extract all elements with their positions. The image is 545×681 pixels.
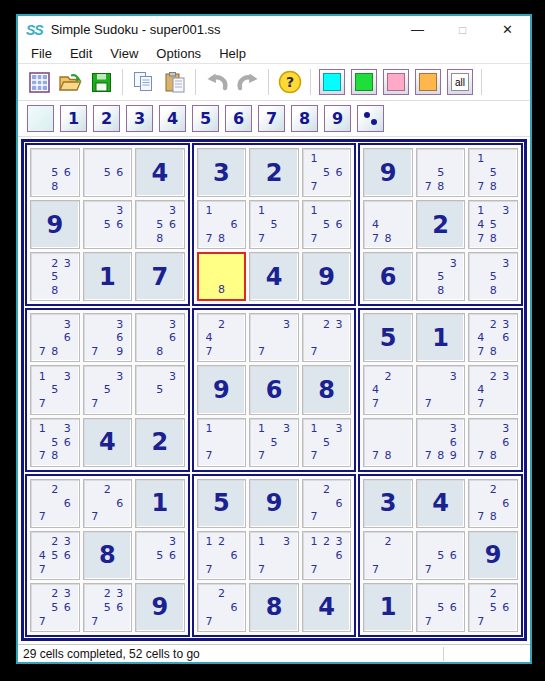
minimize-button[interactable]: —: [395, 16, 440, 43]
cell-r3c5[interactable]: 4: [249, 252, 299, 301]
window-title: Simple Sudoku - super001.ss: [51, 22, 395, 37]
pencil-mark-6: 6: [61, 435, 74, 449]
filter-green-button[interactable]: [351, 69, 377, 95]
digit-button-6[interactable]: 6: [225, 105, 252, 132]
cell-r4c3[interactable]: 368: [135, 313, 185, 362]
title-bar: SS Simple Sudoku - super001.ss — □ ✕: [18, 16, 530, 43]
pencil-slot: [280, 232, 293, 246]
pencil-mark-7: 7: [203, 345, 216, 359]
pencil-slot: [487, 496, 500, 510]
cell-r7c8[interactable]: 4: [416, 479, 466, 528]
pencil-marks: 237: [303, 314, 351, 361]
pencil-marks: 3678: [31, 314, 79, 361]
cell-r2c3[interactable]: 3568: [135, 200, 185, 249]
pencil-slot: [320, 204, 333, 218]
cell-r6c2[interactable]: 4: [83, 418, 133, 467]
cell-r2c8[interactable]: 2: [416, 200, 466, 249]
pencil-slot: [49, 317, 62, 331]
pencil-slot: [89, 369, 102, 383]
cell-r5c6[interactable]: 8: [302, 365, 352, 414]
pencil-slot: [154, 535, 167, 549]
pencil-mark-3: 3: [499, 256, 512, 270]
pencil-mark-3: 3: [333, 422, 346, 436]
pencil-slot: [499, 510, 512, 524]
pencil-slot: [333, 510, 346, 524]
cell-r1c8[interactable]: 578: [416, 148, 466, 197]
pencil-mark-3: 3: [499, 317, 512, 331]
pencil-slot: [89, 383, 102, 397]
pencil-slot: [203, 435, 216, 449]
cell-r1c1[interactable]: 568: [30, 148, 80, 197]
pencil-mark-6: 6: [499, 331, 512, 345]
pencil-mark-8: 8: [49, 449, 62, 463]
pencil-mark-5: 5: [101, 601, 114, 615]
pencil-slot: [61, 179, 74, 193]
cell-r6c8[interactable]: 36789: [416, 418, 466, 467]
cell-r7c5[interactable]: 9: [249, 479, 299, 528]
pencil-slot: [166, 232, 179, 246]
cell-r8c2[interactable]: 8: [83, 531, 133, 580]
pencil-slot: [89, 232, 102, 246]
paste-button[interactable]: [159, 68, 190, 97]
pencil-mark-3: 3: [61, 256, 74, 270]
cell-r2c2[interactable]: 356: [83, 200, 133, 249]
cell-r8c7[interactable]: 27: [363, 531, 413, 580]
hint-button[interactable]: ?: [274, 68, 305, 97]
pencil-slot: [474, 166, 487, 180]
pencil-slot: [369, 535, 382, 549]
pencil-mark-6: 6: [114, 331, 127, 345]
pencil-mark-3: 3: [166, 535, 179, 549]
pencil-mark-3: 3: [166, 369, 179, 383]
pencil-slot: [203, 317, 216, 331]
pencil-mark-5: 5: [49, 383, 62, 397]
pencil-slot: [280, 218, 293, 232]
cell-r9c7[interactable]: 1: [363, 583, 413, 632]
pencil-slot: [228, 345, 241, 359]
cell-value: 4: [152, 159, 169, 187]
maximize-button[interactable]: □: [440, 16, 485, 43]
pencil-slot: [61, 510, 74, 524]
pencil-slot: [268, 331, 281, 345]
pencil-marks-button[interactable]: [357, 105, 384, 132]
cell-r3c7[interactable]: 6: [363, 252, 413, 301]
cell-r7c2[interactable]: 267: [83, 479, 133, 528]
pencil-slot: [394, 397, 407, 411]
cell-r9c2[interactable]: 23567: [83, 583, 133, 632]
pencil-mark-2: 2: [49, 256, 62, 270]
pencil-slot: [216, 270, 228, 283]
cell-r1c9[interactable]: 1578: [468, 148, 518, 197]
pencil-slot: [308, 166, 321, 180]
pencil-slot: [141, 397, 154, 411]
pencil-mark-3: 3: [280, 422, 293, 436]
cell-r9c8[interactable]: 567: [416, 583, 466, 632]
pencil-slot: [382, 204, 395, 218]
pencil-marks: 2567: [469, 584, 517, 631]
pencil-marks: 1567: [303, 201, 351, 248]
pencil-slot: [36, 496, 49, 510]
cell-r3c4[interactable]: 8: [197, 252, 247, 301]
pencil-slot: [447, 270, 460, 284]
cell-r5c5[interactable]: 6: [249, 365, 299, 414]
cell-r5c4[interactable]: 9: [197, 365, 247, 414]
digit-button-5[interactable]: 5: [192, 105, 219, 132]
pencil-slot: [215, 435, 228, 449]
pencil-slot: [61, 270, 74, 284]
cell-value: 4: [432, 489, 449, 517]
pencil-mark-6: 6: [447, 435, 460, 449]
pencil-mark-2: 2: [487, 587, 500, 601]
pencil-mark-3: 3: [61, 317, 74, 331]
pencil-slot: [434, 562, 447, 576]
pencil-mark-6: 6: [61, 601, 74, 615]
pencil-mark-6: 6: [61, 496, 74, 510]
menu-view[interactable]: View: [101, 46, 147, 61]
cell-r2c5[interactable]: 157: [249, 200, 299, 249]
pencil-slot: [89, 331, 102, 345]
pencil-mark-3: 3: [166, 317, 179, 331]
digit-button-3[interactable]: 3: [126, 105, 153, 132]
pencil-slot: [49, 152, 62, 166]
pencil-slot: [61, 483, 74, 497]
pencil-mark-5: 5: [434, 548, 447, 562]
pencil-mark-6: 6: [333, 166, 346, 180]
cell-r1c6[interactable]: 1567: [302, 148, 352, 197]
pencil-marks: 247: [364, 366, 412, 413]
undo-button[interactable]: [201, 68, 232, 97]
pencil-mark-7: 7: [308, 562, 321, 576]
cell-r8c1[interactable]: 234567: [30, 531, 80, 580]
pencil-slot: [203, 218, 216, 232]
pencil-slot: [474, 601, 487, 615]
pencil-slot: [89, 204, 102, 218]
pencil-mark-3: 3: [333, 535, 346, 549]
pencil-mark-4: 4: [369, 383, 382, 397]
pencil-mark-2: 2: [49, 587, 62, 601]
toolbar-separator: [481, 69, 482, 95]
pencil-slot: [255, 218, 268, 232]
pencil-slot: [382, 435, 395, 449]
pencil-slot: [382, 422, 395, 436]
pencil-mark-6: 6: [166, 331, 179, 345]
pencil-mark-8: 8: [382, 232, 395, 246]
cell-r6c1[interactable]: 135678: [30, 418, 80, 467]
pencil-slot: [141, 204, 154, 218]
menu-edit[interactable]: Edit: [61, 46, 101, 61]
pencil-marks: 23567: [84, 584, 132, 631]
filter-all-button[interactable]: all: [447, 69, 473, 95]
pencil-slot: [36, 435, 49, 449]
pencil-mark-3: 3: [280, 535, 293, 549]
cell-r6c6[interactable]: 1357: [302, 418, 352, 467]
pencil-marks: 234567: [31, 532, 79, 579]
cell-r2c4[interactable]: 1678: [197, 200, 247, 249]
cell-r4c4[interactable]: 247: [197, 313, 247, 362]
pencil-mark-6: 6: [114, 166, 127, 180]
redo-button[interactable]: [232, 68, 263, 97]
cell-r6c7[interactable]: 78: [363, 418, 413, 467]
cell-value: 8: [318, 376, 335, 404]
pencil-marks: 247: [198, 314, 246, 361]
filter-pink-button[interactable]: [383, 69, 409, 95]
pencil-slot: [268, 548, 281, 562]
pencil-slot: [154, 397, 167, 411]
pencil-slot: [101, 152, 114, 166]
pencil-mark-1: 1: [255, 422, 268, 436]
digit-button-9[interactable]: 9: [324, 105, 351, 132]
filter-cyan-button[interactable]: [319, 69, 345, 95]
cell-r6c5[interactable]: 1357: [249, 418, 299, 467]
cell-r8c6[interactable]: 12367: [302, 531, 352, 580]
pencil-marks: 36789: [417, 419, 465, 466]
pencil-slot: [308, 435, 321, 449]
pencil-mark-8: 8: [434, 179, 447, 193]
cell-r7c3[interactable]: 1: [135, 479, 185, 528]
pencil-slot: [215, 548, 228, 562]
open-button[interactable]: [55, 68, 86, 97]
cell-r5c8[interactable]: 37: [416, 365, 466, 414]
cell-r8c5[interactable]: 137: [249, 531, 299, 580]
pencil-slot: [499, 614, 512, 628]
digit-button-4[interactable]: 4: [159, 105, 186, 132]
pencil-slot: [227, 283, 239, 296]
menu-bar: File Edit View Options Help: [18, 43, 530, 64]
pencil-slot: [487, 256, 500, 270]
cell-r2c6[interactable]: 1567: [302, 200, 352, 249]
cell-r9c3[interactable]: 9: [135, 583, 185, 632]
pencil-slot: [474, 270, 487, 284]
cell-r4c1[interactable]: 3678: [30, 313, 80, 362]
pencil-mark-2: 2: [382, 535, 395, 549]
pencil-slot: [268, 562, 281, 576]
digit-button-2[interactable]: 2: [93, 105, 120, 132]
app-window: SS Simple Sudoku - super001.ss — □ ✕ Fil…: [16, 14, 532, 664]
cell-r2c7[interactable]: 478: [363, 200, 413, 249]
cell-r9c4[interactable]: 267: [197, 583, 247, 632]
pencil-mark-1: 1: [36, 369, 49, 383]
cell-value: 8: [99, 541, 116, 569]
pencil-slot: [89, 179, 102, 193]
pencil-slot: [114, 510, 127, 524]
cell-r7c9[interactable]: 2678: [468, 479, 518, 528]
pencil-mark-4: 4: [474, 218, 487, 232]
pencil-slot: [308, 496, 321, 510]
pencil-marks: 137: [250, 532, 298, 579]
toolbar-separator: [268, 69, 269, 95]
pencil-slot: [228, 614, 241, 628]
pencil-slot: [422, 383, 435, 397]
cell-r5c7[interactable]: 247: [363, 365, 413, 414]
pencil-slot: [215, 422, 228, 436]
cell-r4c6[interactable]: 237: [302, 313, 352, 362]
pencil-mark-3: 3: [114, 369, 127, 383]
pencil-mark-6: 6: [499, 496, 512, 510]
cell-r5c3[interactable]: 35: [135, 365, 185, 414]
pencil-mark-6: 6: [499, 435, 512, 449]
cell-r1c4[interactable]: 3: [197, 148, 247, 197]
cell-r2c1[interactable]: 9: [30, 200, 80, 249]
copy-button[interactable]: [128, 68, 159, 97]
pencil-marks: 358: [417, 253, 465, 300]
pencil-mark-4: 4: [474, 331, 487, 345]
pencil-slot: [36, 331, 49, 345]
pencil-slot: [228, 449, 241, 463]
digit-button-7[interactable]: 7: [258, 105, 285, 132]
cell-r7c6[interactable]: 267: [302, 479, 352, 528]
cell-value: 7: [152, 263, 169, 291]
pencil-mark-7: 7: [474, 510, 487, 524]
pencil-slot: [320, 152, 333, 166]
box-1-1: 56856493563568235817: [25, 143, 190, 306]
pencil-mark-8: 8: [434, 449, 447, 463]
cell-r3c1[interactable]: 2358: [30, 252, 80, 301]
cell-r6c3[interactable]: 2: [135, 418, 185, 467]
pencil-marks: 356: [84, 201, 132, 248]
toolbar-separator: [195, 69, 196, 95]
cell-r4c7[interactable]: 5: [363, 313, 413, 362]
cell-r1c5[interactable]: 2: [249, 148, 299, 197]
cell-r8c3[interactable]: 356: [135, 531, 185, 580]
filter-orange-button[interactable]: [415, 69, 441, 95]
cell-r7c7[interactable]: 3: [363, 479, 413, 528]
pencil-slot: [49, 331, 62, 345]
copy-icon: [133, 71, 155, 93]
pencil-mark-1: 1: [36, 422, 49, 436]
cell-r9c9[interactable]: 2567: [468, 583, 518, 632]
cell-r7c1[interactable]: 267: [30, 479, 80, 528]
menu-options[interactable]: Options: [147, 46, 210, 61]
pencil-slot: [114, 232, 127, 246]
cell-r3c2[interactable]: 1: [83, 252, 133, 301]
cell-r4c9[interactable]: 234678: [468, 313, 518, 362]
pencil-slot: [101, 496, 114, 510]
cell-r5c2[interactable]: 357: [83, 365, 133, 414]
cell-r4c8[interactable]: 1: [416, 313, 466, 362]
pencil-marks: 37: [417, 366, 465, 413]
pencil-slot: [474, 496, 487, 510]
pencil-mark-6: 6: [228, 218, 241, 232]
pencil-slot: [499, 345, 512, 359]
pencil-mark-7: 7: [203, 562, 216, 576]
pencil-slot: [101, 345, 114, 359]
cell-r3c6[interactable]: 9: [302, 252, 352, 301]
cell-r4c2[interactable]: 3679: [83, 313, 133, 362]
pencil-slot: [333, 179, 346, 193]
pencil-slot: [166, 345, 179, 359]
pencil-slot: [499, 270, 512, 284]
pencil-slot: [308, 317, 321, 331]
pencil-slot: [422, 601, 435, 615]
pencil-slot: [89, 317, 102, 331]
pencil-slot: [280, 548, 293, 562]
cell-r4c5[interactable]: 37: [249, 313, 299, 362]
pencil-mark-2: 2: [320, 317, 333, 331]
pencil-slot: [422, 535, 435, 549]
pencil-slot: [394, 218, 407, 232]
cell-r6c9[interactable]: 3678: [468, 418, 518, 467]
cell-r2c9[interactable]: 134578: [468, 200, 518, 249]
pencil-slot: [447, 587, 460, 601]
pencil-slot: [215, 204, 228, 218]
pencil-mark-5: 5: [487, 218, 500, 232]
box-2-3: 5123467824737234778367893678: [358, 308, 523, 471]
pencil-slot: [36, 535, 49, 549]
cell-value: 4: [266, 263, 283, 291]
pencil-slot: [154, 562, 167, 576]
digit-button-8[interactable]: 8: [291, 105, 318, 132]
pencil-mark-7: 7: [308, 449, 321, 463]
cell-r9c5[interactable]: 8: [249, 583, 299, 632]
cell-r3c9[interactable]: 358: [468, 252, 518, 301]
cell-r5c9[interactable]: 2347: [468, 365, 518, 414]
pencil-slot: [255, 331, 268, 345]
pencil-mark-2: 2: [101, 587, 114, 601]
pencil-mark-6: 6: [114, 496, 127, 510]
pencil-mark-3: 3: [61, 422, 74, 436]
cell-r8c9[interactable]: 9: [468, 531, 518, 580]
pencil-marks: 1357: [250, 419, 298, 466]
cell-r1c7[interactable]: 9: [363, 148, 413, 197]
menu-help[interactable]: Help: [210, 46, 255, 61]
menu-file[interactable]: File: [22, 46, 61, 61]
pencil-slot: [36, 166, 49, 180]
cell-r9c6[interactable]: 4: [302, 583, 352, 632]
pencil-slot: [422, 422, 435, 436]
new-grid-button[interactable]: [24, 68, 55, 97]
redo-icon: [236, 72, 260, 92]
pencil-slot: [49, 614, 62, 628]
pencil-slot: [320, 510, 333, 524]
pencil-marks: 27: [364, 532, 412, 579]
pencil-slot: [61, 383, 74, 397]
cell-value: 1: [380, 593, 397, 621]
cell-r9c1[interactable]: 23567: [30, 583, 80, 632]
pencil-mark-3: 3: [114, 587, 127, 601]
cell-r3c8[interactable]: 358: [416, 252, 466, 301]
pencil-mark-7: 7: [474, 397, 487, 411]
pencil-mark-5: 5: [487, 601, 500, 615]
pencil-slot: [320, 345, 333, 359]
pencil-slot: [101, 204, 114, 218]
open-folder-icon: [58, 72, 83, 93]
cell-r3c3[interactable]: 7: [135, 252, 185, 301]
pencil-slot: [487, 435, 500, 449]
pencil-slot: [394, 383, 407, 397]
pencil-mark-9: 9: [114, 345, 127, 359]
cell-r6c4[interactable]: 17: [197, 418, 247, 467]
pencil-slot: [499, 383, 512, 397]
pencil-mark-7: 7: [36, 449, 49, 463]
pencil-marks: 267: [31, 480, 79, 527]
cell-r8c8[interactable]: 567: [416, 531, 466, 580]
pencil-marks: 1267: [198, 532, 246, 579]
pencil-marks: 2347: [469, 366, 517, 413]
pencil-marks: 17: [198, 419, 246, 466]
erase-button[interactable]: [27, 105, 54, 132]
digit-button-1[interactable]: 1: [60, 105, 87, 132]
cell-r1c3[interactable]: 4: [135, 148, 185, 197]
pencil-mark-8: 8: [216, 283, 228, 296]
pencil-mark-6: 6: [228, 601, 241, 615]
cell-r1c2[interactable]: 56: [83, 148, 133, 197]
pencil-mark-5: 5: [49, 270, 62, 284]
cell-r5c1[interactable]: 1357: [30, 365, 80, 414]
cell-r8c4[interactable]: 1267: [197, 531, 247, 580]
cell-r7c4[interactable]: 5: [197, 479, 247, 528]
save-button[interactable]: [86, 68, 117, 97]
close-button[interactable]: ✕: [485, 16, 530, 43]
